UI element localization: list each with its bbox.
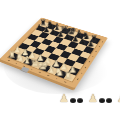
square-h7: ♟ [86, 41, 97, 48]
frame-screw-dot [64, 81, 66, 83]
frame-screw-dot [101, 41, 103, 42]
frame-screw-dot [39, 71, 41, 73]
black-checker-disc [99, 98, 105, 103]
square-d2: ♟ [36, 55, 48, 63]
frame-screw-dot [95, 51, 97, 52]
frame-screw-dot [88, 61, 90, 63]
frame-screw-dot [55, 78, 57, 80]
checker-group: ♟ [117, 93, 120, 104]
cream-checker-piece: ♟ [88, 93, 98, 104]
checker-group: ♟ [88, 93, 112, 104]
square-c4 [37, 43, 49, 50]
square-h1: ♜ [63, 72, 76, 81]
square-f6 [67, 41, 78, 48]
frame-screw-dot [8, 60, 10, 62]
square-d1: ♛ [31, 60, 43, 68]
cream-checker-piece: ♟ [59, 93, 69, 104]
frame-screw-dot [31, 68, 33, 70]
product-photo-stage: ♜♞♝♛♚♝♞♜♟♟♟♟♟♟♟♟♟♟♟♟♟♟♟♟♜♞♝♛♚♝♞♜ ♟♟♟ [0, 0, 120, 120]
frame-screw-dot [84, 67, 86, 69]
checker-group: ♟ [59, 93, 83, 104]
frame-screw-dot [77, 78, 79, 80]
white-rook: ♜ [8, 50, 17, 59]
spare-checkers-tray: ♟♟♟ [59, 93, 120, 104]
frame-screw-dot [15, 62, 17, 64]
frame-screw-dot [98, 46, 100, 47]
black-checker-disc [106, 98, 112, 103]
frame-screw-dot [47, 75, 49, 77]
frame-screw-dot [81, 72, 83, 74]
frame-screw-dot [92, 56, 94, 57]
black-checker-disc [70, 98, 76, 103]
cream-checker-piece: ♟ [117, 93, 120, 104]
black-checker-disc [77, 98, 83, 103]
white-pawn: ♟ [13, 45, 22, 54]
